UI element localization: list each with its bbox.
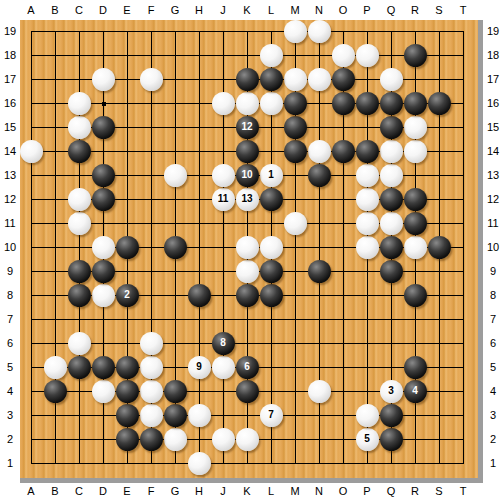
coord-label-bottom-J: J [213, 484, 233, 498]
white-stone-P11[interactable] [356, 212, 379, 235]
move-number-label: 3 [388, 386, 394, 396]
black-stone-D13[interactable] [92, 164, 115, 187]
coord-label-top-Q: Q [381, 3, 401, 17]
coord-label-left-19: 19 [1, 24, 19, 38]
coord-label-left-11: 11 [1, 216, 19, 230]
black-stone-Q10[interactable] [380, 236, 403, 259]
coord-label-left-10: 10 [1, 240, 19, 254]
coord-label-bottom-Q: Q [381, 484, 401, 498]
coord-label-bottom-B: B [45, 484, 65, 498]
black-stone-E2[interactable] [116, 428, 139, 451]
coord-label-top-D: D [93, 3, 113, 17]
coord-label-right-4: 4 [484, 384, 500, 398]
coord-label-left-12: 12 [1, 192, 19, 206]
coord-label-bottom-G: G [165, 484, 185, 498]
coord-label-right-1: 1 [484, 456, 500, 470]
white-stone-J13[interactable] [212, 164, 235, 187]
black-stone-C8[interactable] [68, 284, 91, 307]
white-stone-D4[interactable] [92, 380, 115, 403]
white-stone-D17[interactable] [92, 68, 115, 91]
black-stone-M14[interactable] [284, 140, 307, 163]
coord-label-right-15: 15 [484, 120, 500, 134]
black-stone-K8[interactable] [236, 284, 259, 307]
coord-label-top-B: B [45, 3, 65, 17]
coord-label-left-15: 15 [1, 120, 19, 134]
coord-label-top-P: P [357, 3, 377, 17]
white-stone-M17[interactable] [284, 68, 307, 91]
white-stone-H1[interactable] [188, 452, 211, 475]
black-stone-F2[interactable] [140, 428, 163, 451]
grid-line-vertical [463, 31, 464, 464]
coord-label-left-13: 13 [1, 168, 19, 182]
white-stone-Q17[interactable] [380, 68, 403, 91]
coord-label-right-5: 5 [484, 360, 500, 374]
coord-label-bottom-H: H [189, 484, 209, 498]
coord-label-left-17: 17 [1, 72, 19, 86]
white-stone-H3[interactable] [188, 404, 211, 427]
coord-label-right-17: 17 [484, 72, 500, 86]
white-stone-Q14[interactable] [380, 140, 403, 163]
coord-label-top-E: E [117, 3, 137, 17]
white-stone-A14[interactable] [20, 140, 43, 163]
coord-label-bottom-P: P [357, 484, 377, 498]
black-stone-Q9[interactable] [380, 260, 403, 283]
go-board[interactable]: 91113715328610124 [20, 20, 483, 483]
move-number-label: 9 [196, 362, 202, 372]
coord-label-top-A: A [21, 3, 41, 17]
white-stone-P12[interactable] [356, 188, 379, 211]
move-number-label: 13 [241, 194, 252, 204]
move-number-label: 5 [364, 434, 370, 444]
coord-label-left-2: 2 [1, 432, 19, 446]
move-number-label: 11 [218, 194, 229, 204]
black-stone-R16[interactable] [404, 92, 427, 115]
coord-label-bottom-M: M [285, 484, 305, 498]
white-stone-R14[interactable] [404, 140, 427, 163]
black-stone-C14[interactable] [68, 140, 91, 163]
white-stone-K12[interactable]: 13 [236, 188, 259, 211]
coord-label-bottom-A: A [21, 484, 41, 498]
move-number-label: 2 [124, 290, 130, 300]
coord-label-right-3: 3 [484, 408, 500, 422]
coord-label-left-9: 9 [1, 264, 19, 278]
coord-label-left-8: 8 [1, 288, 19, 302]
coord-label-bottom-K: K [237, 484, 257, 498]
coord-label-bottom-T: T [453, 484, 473, 498]
black-stone-B4[interactable] [44, 380, 67, 403]
black-stone-G10[interactable] [164, 236, 187, 259]
black-stone-O17[interactable] [332, 68, 355, 91]
black-stone-S16[interactable] [428, 92, 451, 115]
black-stone-D12[interactable] [92, 188, 115, 211]
coord-label-right-13: 13 [484, 168, 500, 182]
coord-label-top-C: C [69, 3, 89, 17]
white-stone-G13[interactable] [164, 164, 187, 187]
white-stone-J16[interactable] [212, 92, 235, 115]
white-stone-C16[interactable] [68, 92, 91, 115]
white-stone-Q11[interactable] [380, 212, 403, 235]
black-stone-M16[interactable] [284, 92, 307, 115]
coord-label-top-L: L [261, 3, 281, 17]
black-stone-R4[interactable]: 4 [404, 380, 427, 403]
white-stone-O18[interactable] [332, 44, 355, 67]
white-stone-F6[interactable] [140, 332, 163, 355]
coord-label-bottom-D: D [93, 484, 113, 498]
black-stone-E5[interactable] [116, 356, 139, 379]
black-stone-Q2[interactable] [380, 428, 403, 451]
coord-label-bottom-S: S [429, 484, 449, 498]
black-stone-E10[interactable] [116, 236, 139, 259]
coord-label-right-11: 11 [484, 216, 500, 230]
black-stone-D15[interactable] [92, 116, 115, 139]
coord-label-top-M: M [285, 3, 305, 17]
star-point [102, 102, 106, 106]
white-stone-N14[interactable] [308, 140, 331, 163]
coord-label-bottom-L: L [261, 484, 281, 498]
coord-label-bottom-R: R [405, 484, 425, 498]
black-stone-P14[interactable] [356, 140, 379, 163]
move-number-label: 10 [241, 170, 252, 180]
coord-label-right-7: 7 [484, 312, 500, 326]
go-diagram: 91113715328610124 AABBCCDDEEFFGGHHJJKKLL… [0, 0, 500, 500]
black-stone-O14[interactable] [332, 140, 355, 163]
coord-label-top-T: T [453, 3, 473, 17]
black-stone-H8[interactable] [188, 284, 211, 307]
black-stone-G3[interactable] [164, 404, 187, 427]
white-stone-P2[interactable]: 5 [356, 428, 379, 451]
white-stone-C6[interactable] [68, 332, 91, 355]
black-stone-D9[interactable] [92, 260, 115, 283]
white-stone-F4[interactable] [140, 380, 163, 403]
coord-label-right-2: 2 [484, 432, 500, 446]
white-stone-J5[interactable] [212, 356, 235, 379]
coord-label-left-4: 4 [1, 384, 19, 398]
black-stone-K14[interactable] [236, 140, 259, 163]
coord-label-left-14: 14 [1, 144, 19, 158]
coord-label-bottom-C: C [69, 484, 89, 498]
black-stone-J6[interactable]: 8 [212, 332, 235, 355]
move-number-label: 6 [244, 362, 250, 372]
coord-label-left-1: 1 [1, 456, 19, 470]
coord-label-top-O: O [333, 3, 353, 17]
white-stone-F3[interactable] [140, 404, 163, 427]
black-stone-K4[interactable] [236, 380, 259, 403]
coord-label-top-K: K [237, 3, 257, 17]
white-stone-Q13[interactable] [380, 164, 403, 187]
black-stone-E8[interactable]: 2 [116, 284, 139, 307]
black-stone-D5[interactable] [92, 356, 115, 379]
coord-label-top-F: F [141, 3, 161, 17]
white-stone-P18[interactable] [356, 44, 379, 67]
coord-label-top-R: R [405, 3, 425, 17]
white-stone-C11[interactable] [68, 212, 91, 235]
black-stone-R5[interactable] [404, 356, 427, 379]
white-stone-P3[interactable] [356, 404, 379, 427]
white-stone-R15[interactable] [404, 116, 427, 139]
black-stone-P16[interactable] [356, 92, 379, 115]
white-stone-J12[interactable]: 11 [212, 188, 235, 211]
black-stone-R18[interactable] [404, 44, 427, 67]
black-stone-L8[interactable] [260, 284, 283, 307]
white-stone-M11[interactable] [284, 212, 307, 235]
black-stone-E3[interactable] [116, 404, 139, 427]
white-stone-F5[interactable] [140, 356, 163, 379]
black-stone-Q3[interactable] [380, 404, 403, 427]
black-stone-N13[interactable] [308, 164, 331, 187]
black-stone-Q16[interactable] [380, 92, 403, 115]
move-number-label: 12 [241, 122, 252, 132]
black-stone-S10[interactable] [428, 236, 451, 259]
move-number-label: 1 [268, 170, 274, 180]
move-number-label: 8 [220, 338, 226, 348]
white-stone-K10[interactable] [236, 236, 259, 259]
coord-label-bottom-N: N [309, 484, 329, 498]
coord-label-right-18: 18 [484, 48, 500, 62]
white-stone-L18[interactable] [260, 44, 283, 67]
black-stone-G4[interactable] [164, 380, 187, 403]
grid-line-horizontal [31, 463, 464, 464]
white-stone-L10[interactable] [260, 236, 283, 259]
black-stone-L17[interactable] [260, 68, 283, 91]
black-stone-Q15[interactable] [380, 116, 403, 139]
coord-label-right-6: 6 [484, 336, 500, 350]
white-stone-C15[interactable] [68, 116, 91, 139]
black-stone-Q12[interactable] [380, 188, 403, 211]
white-stone-K16[interactable] [236, 92, 259, 115]
coord-label-right-12: 12 [484, 192, 500, 206]
white-stone-B5[interactable] [44, 356, 67, 379]
coord-label-left-3: 3 [1, 408, 19, 422]
white-stone-F17[interactable] [140, 68, 163, 91]
black-stone-R12[interactable] [404, 188, 427, 211]
move-number-label: 4 [412, 386, 418, 396]
black-stone-L12[interactable] [260, 188, 283, 211]
coord-label-left-7: 7 [1, 312, 19, 326]
grid-line-horizontal [31, 319, 464, 320]
black-stone-K5[interactable]: 6 [236, 356, 259, 379]
black-stone-E4[interactable] [116, 380, 139, 403]
black-stone-N9[interactable] [308, 260, 331, 283]
coord-label-right-14: 14 [484, 144, 500, 158]
coord-label-bottom-O: O [333, 484, 353, 498]
white-stone-L13[interactable]: 1 [260, 164, 283, 187]
black-stone-O16[interactable] [332, 92, 355, 115]
white-stone-L16[interactable] [260, 92, 283, 115]
coord-label-left-16: 16 [1, 96, 19, 110]
white-stone-N19[interactable] [308, 20, 331, 43]
coord-label-left-5: 5 [1, 360, 19, 374]
white-stone-H5[interactable]: 9 [188, 356, 211, 379]
white-stone-G2[interactable] [164, 428, 187, 451]
coord-label-right-10: 10 [484, 240, 500, 254]
coord-label-top-H: H [189, 3, 209, 17]
white-stone-J2[interactable] [212, 428, 235, 451]
coord-label-right-9: 9 [484, 264, 500, 278]
coord-label-bottom-E: E [117, 484, 137, 498]
white-stone-R10[interactable] [404, 236, 427, 259]
coord-label-top-S: S [429, 3, 449, 17]
white-stone-L3[interactable]: 7 [260, 404, 283, 427]
white-stone-C12[interactable] [68, 188, 91, 211]
coord-label-right-16: 16 [484, 96, 500, 110]
black-stone-K17[interactable] [236, 68, 259, 91]
coord-label-left-6: 6 [1, 336, 19, 350]
coord-label-right-8: 8 [484, 288, 500, 302]
coord-label-left-18: 18 [1, 48, 19, 62]
black-stone-C9[interactable] [68, 260, 91, 283]
white-stone-M19[interactable] [284, 20, 307, 43]
white-stone-N4[interactable] [308, 380, 331, 403]
white-stone-P10[interactable] [356, 236, 379, 259]
black-stone-R11[interactable] [404, 212, 427, 235]
black-stone-C5[interactable] [68, 356, 91, 379]
white-stone-P13[interactable] [356, 164, 379, 187]
coord-label-top-N: N [309, 3, 329, 17]
white-stone-N17[interactable] [308, 68, 331, 91]
coord-label-right-19: 19 [484, 24, 500, 38]
white-stone-D8[interactable] [92, 284, 115, 307]
black-stone-M15[interactable] [284, 116, 307, 139]
white-stone-D10[interactable] [92, 236, 115, 259]
white-stone-Q4[interactable]: 3 [380, 380, 403, 403]
black-stone-K13[interactable]: 10 [236, 164, 259, 187]
black-stone-L9[interactable] [260, 260, 283, 283]
coord-label-top-G: G [165, 3, 185, 17]
move-number-label: 7 [268, 410, 274, 420]
coord-label-top-J: J [213, 3, 233, 17]
grid-line-horizontal [31, 343, 464, 344]
white-stone-K2[interactable] [236, 428, 259, 451]
black-stone-K15[interactable]: 12 [236, 116, 259, 139]
white-stone-K9[interactable] [236, 260, 259, 283]
coord-label-bottom-F: F [141, 484, 161, 498]
black-stone-R8[interactable] [404, 284, 427, 307]
